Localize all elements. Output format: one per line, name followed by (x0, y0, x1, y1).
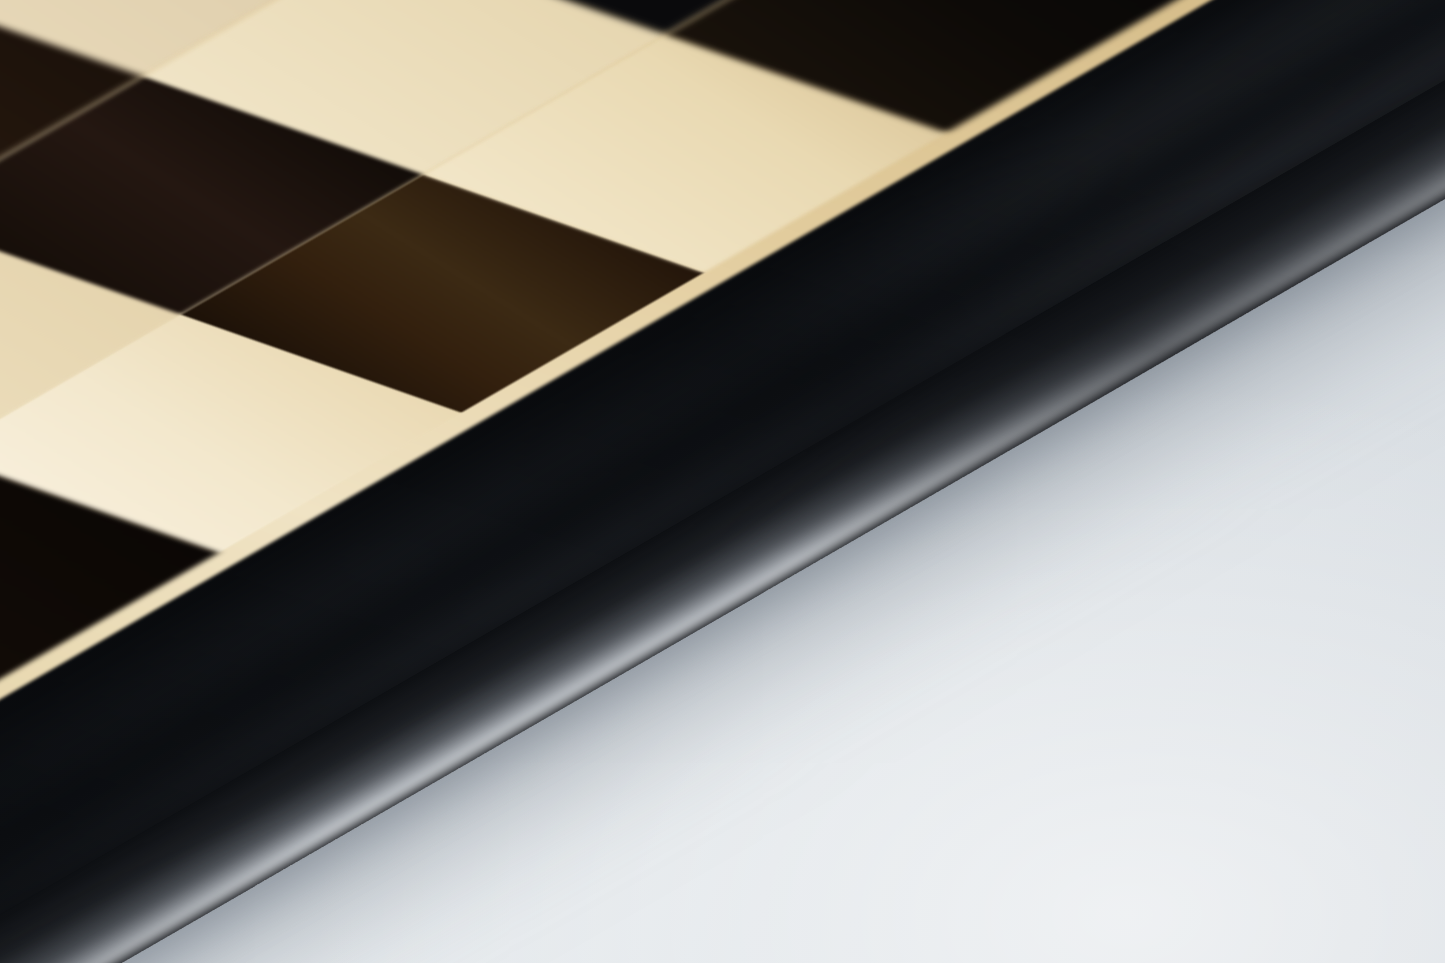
chess-board (0, 0, 1445, 963)
board-squares-grid (0, 0, 1189, 963)
studio-background (0, 0, 1445, 963)
